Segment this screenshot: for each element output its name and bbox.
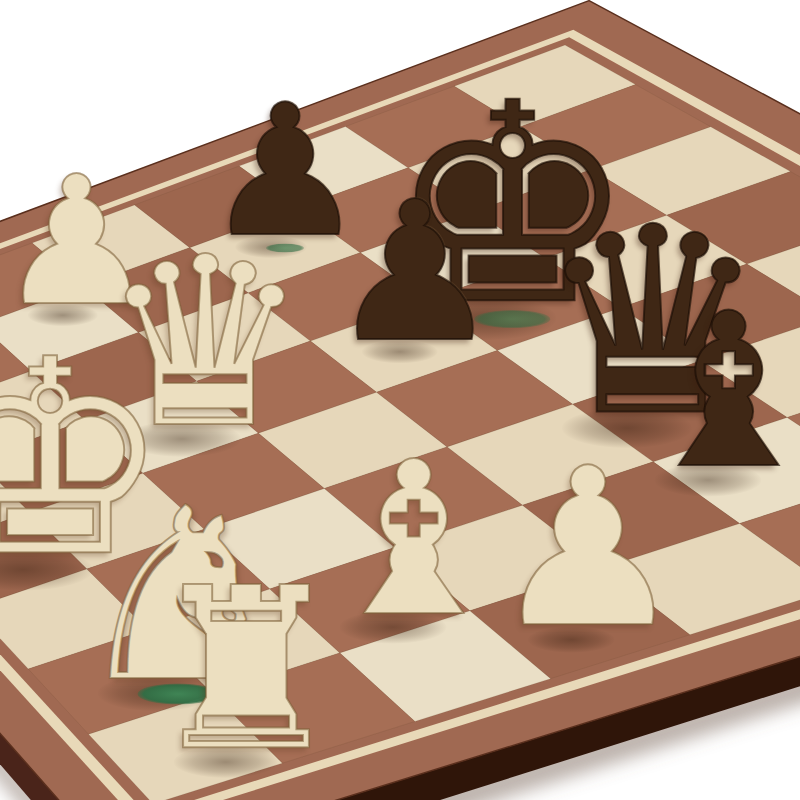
piece-white-rook[interactable]: ♜ bbox=[146, 559, 346, 783]
piece-white-pawn[interactable]: ♟ bbox=[490, 441, 686, 660]
piece-white-bishop[interactable]: ♝ bbox=[318, 434, 509, 647]
piece-black-pawn[interactable]: ♟ bbox=[328, 176, 501, 369]
photo-scene: ♟♟♚♟♛♚♛♝♞♟♝♜ bbox=[0, 0, 800, 800]
